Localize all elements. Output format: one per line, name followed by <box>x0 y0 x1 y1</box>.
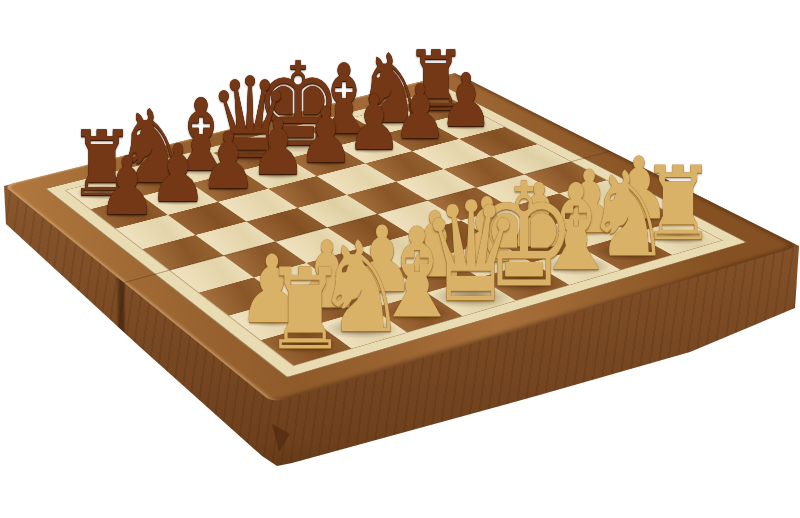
chess-set-photo: ♜♞♟♝♟♚♟♛♟♝♟♞♟♜♟♟♟♟♜♟♞♟♝♟♚♟♛♟♝♟♞♜ <box>0 0 800 518</box>
